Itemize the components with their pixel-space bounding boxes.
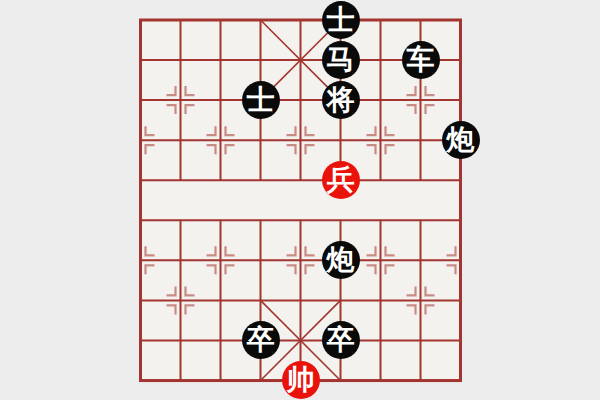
piece-black-horse[interactable]: 马 — [322, 41, 360, 79]
piece-black-soldier[interactable]: 卒 — [242, 321, 280, 359]
piece-black-cannon[interactable]: 炮 — [442, 121, 480, 159]
piece-black-advisor[interactable]: 士 — [242, 81, 280, 119]
piece-black-cannon[interactable]: 炮 — [322, 241, 360, 279]
piece-black-chariot[interactable]: 车 — [402, 41, 440, 79]
xiangqi-board[interactable]: 士马车士将炮兵炮卒卒帅 — [121, 0, 481, 400]
piece-black-advisor[interactable]: 士 — [322, 1, 360, 39]
piece-black-soldier[interactable]: 卒 — [322, 321, 360, 359]
piece-black-general[interactable]: 将 — [322, 81, 360, 119]
xiangqi-app: 士马车士将炮兵炮卒卒帅 — [0, 0, 600, 400]
piece-red-soldier[interactable]: 兵 — [322, 161, 360, 199]
piece-red-general[interactable]: 帅 — [282, 361, 320, 399]
